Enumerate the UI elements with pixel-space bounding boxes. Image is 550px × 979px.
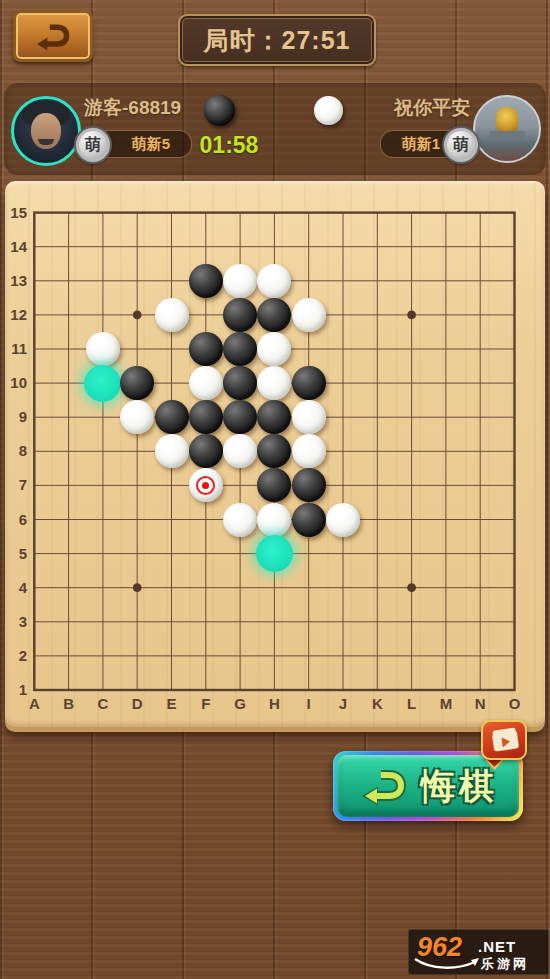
- bubble-body: [481, 720, 527, 760]
- watermark-tld: .NET: [478, 938, 516, 955]
- black-stone-E9: [155, 400, 189, 434]
- row-label-11: 11: [0, 339, 27, 359]
- row-label-10: 10: [0, 373, 27, 393]
- left-player-medal-icon: 萌: [74, 126, 112, 164]
- col-label-A: A: [22, 694, 46, 714]
- col-label-H: H: [262, 694, 286, 714]
- black-stone-I10: [292, 366, 326, 400]
- clapper-icon: [492, 730, 519, 751]
- white-stone-J6: [326, 503, 360, 537]
- highlight-C10: [84, 365, 121, 402]
- row-label-2: 2: [0, 646, 27, 666]
- white-stone-G6: [223, 503, 257, 537]
- white-stone-C11: [86, 332, 120, 366]
- white-stone-H13: [257, 264, 291, 298]
- row-label-4: 4: [0, 578, 27, 598]
- white-stone-I12: [292, 298, 326, 332]
- white-stone-G13: [223, 264, 257, 298]
- col-label-G: G: [228, 694, 252, 714]
- site-watermark: 962 .NET 乐游网: [408, 929, 549, 975]
- row-label-8: 8: [0, 441, 27, 461]
- white-stone-F10: [189, 366, 223, 400]
- black-stone-G11: [223, 332, 257, 366]
- watermark-swoosh-icon: [413, 956, 483, 972]
- col-label-F: F: [194, 694, 218, 714]
- black-stone-F8: [189, 434, 223, 468]
- white-stone-I8: [292, 434, 326, 468]
- black-stone-G12: [223, 298, 257, 332]
- white-stone-E8: [155, 434, 189, 468]
- white-stone-I9: [292, 400, 326, 434]
- col-label-E: E: [160, 694, 184, 714]
- row-label-5: 5: [0, 544, 27, 564]
- col-label-N: N: [468, 694, 492, 714]
- black-stone-F9: [189, 400, 223, 434]
- col-label-B: B: [57, 694, 81, 714]
- col-label-O: O: [503, 694, 527, 714]
- highlight-H5: [256, 535, 293, 572]
- black-stone-F13: [189, 264, 223, 298]
- row-label-3: 3: [0, 612, 27, 632]
- game-screen: 局时：27:51 游客-68819 萌新5 萌 01:58 祝你平安 萌新1 萌…: [0, 0, 550, 979]
- right-player-medal-icon: 萌: [442, 126, 480, 164]
- black-stone-G10: [223, 366, 257, 400]
- white-stone-F7: [189, 468, 223, 502]
- row-label-6: 6: [0, 510, 27, 530]
- col-label-D: D: [125, 694, 149, 714]
- col-label-L: L: [400, 694, 424, 714]
- video-replay-bubble-icon[interactable]: [481, 720, 527, 764]
- row-label-9: 9: [0, 407, 27, 427]
- white-stone-E12: [155, 298, 189, 332]
- row-label-15: 15: [0, 203, 27, 223]
- col-label-C: C: [91, 694, 115, 714]
- row-label-7: 7: [0, 475, 27, 495]
- col-label-J: J: [331, 694, 355, 714]
- row-label-13: 13: [0, 271, 27, 291]
- white-stone-H6: [257, 503, 291, 537]
- undo-button-label: 悔棋: [421, 763, 497, 810]
- watermark-site-name: 乐游网: [481, 955, 529, 973]
- col-label-K: K: [365, 694, 389, 714]
- col-label-I: I: [297, 694, 321, 714]
- undo-arrow-icon: [359, 766, 409, 806]
- black-stone-I7: [292, 468, 326, 502]
- black-stone-I6: [292, 503, 326, 537]
- black-stone-F11: [189, 332, 223, 366]
- row-label-12: 12: [0, 305, 27, 325]
- col-label-M: M: [434, 694, 458, 714]
- row-label-14: 14: [0, 237, 27, 257]
- play-triangle-icon: [501, 736, 510, 747]
